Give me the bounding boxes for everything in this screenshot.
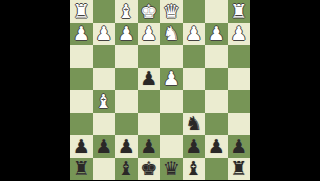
square-g2[interactable]: ♟ bbox=[93, 23, 116, 46]
square-b8[interactable] bbox=[205, 158, 228, 181]
square-g8[interactable] bbox=[93, 158, 116, 181]
white-pawn-c2[interactable]: ♟ bbox=[185, 24, 202, 43]
square-a2[interactable]: ♟ bbox=[228, 23, 251, 46]
black-pawn-b7[interactable]: ♟ bbox=[208, 136, 225, 155]
black-pawn-g7[interactable]: ♟ bbox=[95, 136, 112, 155]
square-d3[interactable] bbox=[160, 45, 183, 68]
square-d6[interactable] bbox=[160, 113, 183, 136]
square-e5[interactable] bbox=[138, 90, 161, 113]
square-f2[interactable]: ♟ bbox=[115, 23, 138, 46]
square-f5[interactable] bbox=[115, 90, 138, 113]
square-f3[interactable] bbox=[115, 45, 138, 68]
square-a8[interactable]: ♜ bbox=[228, 158, 251, 181]
black-rook-h8[interactable]: ♜ bbox=[73, 159, 90, 178]
white-bishop-f1[interactable]: ♝ bbox=[118, 1, 135, 20]
square-c1[interactable] bbox=[183, 0, 206, 23]
square-e3[interactable] bbox=[138, 45, 161, 68]
black-king-e8[interactable]: ♚ bbox=[140, 159, 157, 178]
white-pawn-d4[interactable]: ♟ bbox=[163, 69, 180, 88]
square-g6[interactable] bbox=[93, 113, 116, 136]
white-knight-d2[interactable]: ♞ bbox=[163, 24, 180, 43]
black-pawn-e4[interactable]: ♟ bbox=[140, 69, 157, 88]
square-g7[interactable]: ♟ bbox=[93, 135, 116, 158]
square-f6[interactable] bbox=[115, 113, 138, 136]
square-c6[interactable]: ♞ bbox=[183, 113, 206, 136]
square-e6[interactable] bbox=[138, 113, 161, 136]
square-g4[interactable] bbox=[93, 68, 116, 91]
square-e2[interactable]: ♟ bbox=[138, 23, 161, 46]
square-b2[interactable]: ♟ bbox=[205, 23, 228, 46]
square-a1[interactable]: ♜ bbox=[228, 0, 251, 23]
square-h7[interactable]: ♟ bbox=[70, 135, 93, 158]
square-g1[interactable] bbox=[93, 0, 116, 23]
square-e7[interactable]: ♟ bbox=[138, 135, 161, 158]
square-c5[interactable] bbox=[183, 90, 206, 113]
letterbox-right bbox=[250, 0, 320, 180]
white-pawn-b2[interactable]: ♟ bbox=[208, 24, 225, 43]
square-h8[interactable]: ♜ bbox=[70, 158, 93, 181]
chess-board: ♜♝♚♛♜♟♟♟♟♞♟♟♟♟♟♝♞♟♟♟♟♟♟♟♜♝♚♛♝♜ bbox=[70, 0, 250, 180]
square-a4[interactable] bbox=[228, 68, 251, 91]
square-h6[interactable] bbox=[70, 113, 93, 136]
black-knight-c6[interactable]: ♞ bbox=[185, 114, 202, 133]
square-d8[interactable]: ♛ bbox=[160, 158, 183, 181]
letterbox-left bbox=[0, 0, 70, 180]
square-a7[interactable]: ♟ bbox=[228, 135, 251, 158]
black-bishop-c8[interactable]: ♝ bbox=[185, 159, 202, 178]
square-h2[interactable]: ♟ bbox=[70, 23, 93, 46]
square-h5[interactable] bbox=[70, 90, 93, 113]
white-pawn-a2[interactable]: ♟ bbox=[230, 24, 247, 43]
black-bishop-f8[interactable]: ♝ bbox=[118, 159, 135, 178]
square-a5[interactable] bbox=[228, 90, 251, 113]
square-b4[interactable] bbox=[205, 68, 228, 91]
square-a6[interactable] bbox=[228, 113, 251, 136]
white-pawn-e2[interactable]: ♟ bbox=[140, 24, 157, 43]
square-f8[interactable]: ♝ bbox=[115, 158, 138, 181]
white-pawn-h2[interactable]: ♟ bbox=[73, 24, 90, 43]
white-rook-h1[interactable]: ♜ bbox=[73, 1, 90, 20]
square-e4[interactable]: ♟ bbox=[138, 68, 161, 91]
square-d5[interactable] bbox=[160, 90, 183, 113]
square-c4[interactable] bbox=[183, 68, 206, 91]
white-rook-a1[interactable]: ♜ bbox=[230, 1, 247, 20]
square-c8[interactable]: ♝ bbox=[183, 158, 206, 181]
square-d4[interactable]: ♟ bbox=[160, 68, 183, 91]
square-d7[interactable] bbox=[160, 135, 183, 158]
square-e8[interactable]: ♚ bbox=[138, 158, 161, 181]
black-queen-d8[interactable]: ♛ bbox=[163, 159, 180, 178]
white-king-e1[interactable]: ♚ bbox=[140, 1, 157, 20]
square-h1[interactable]: ♜ bbox=[70, 0, 93, 23]
square-b6[interactable] bbox=[205, 113, 228, 136]
square-b1[interactable] bbox=[205, 0, 228, 23]
white-queen-d1[interactable]: ♛ bbox=[163, 1, 180, 20]
black-pawn-a7[interactable]: ♟ bbox=[230, 136, 247, 155]
white-pawn-f2[interactable]: ♟ bbox=[118, 24, 135, 43]
square-h3[interactable] bbox=[70, 45, 93, 68]
square-f7[interactable]: ♟ bbox=[115, 135, 138, 158]
black-rook-a8[interactable]: ♜ bbox=[230, 159, 247, 178]
square-a3[interactable] bbox=[228, 45, 251, 68]
square-f4[interactable] bbox=[115, 68, 138, 91]
square-d2[interactable]: ♞ bbox=[160, 23, 183, 46]
square-b3[interactable] bbox=[205, 45, 228, 68]
square-b7[interactable]: ♟ bbox=[205, 135, 228, 158]
white-bishop-g5[interactable]: ♝ bbox=[95, 91, 112, 110]
black-pawn-e7[interactable]: ♟ bbox=[140, 136, 157, 155]
black-pawn-c7[interactable]: ♟ bbox=[185, 136, 202, 155]
square-f1[interactable]: ♝ bbox=[115, 0, 138, 23]
square-d1[interactable]: ♛ bbox=[160, 0, 183, 23]
black-pawn-f7[interactable]: ♟ bbox=[118, 136, 135, 155]
square-c2[interactable]: ♟ bbox=[183, 23, 206, 46]
square-b5[interactable] bbox=[205, 90, 228, 113]
square-g5[interactable]: ♝ bbox=[93, 90, 116, 113]
square-c7[interactable]: ♟ bbox=[183, 135, 206, 158]
square-e1[interactable]: ♚ bbox=[138, 0, 161, 23]
white-pawn-g2[interactable]: ♟ bbox=[95, 24, 112, 43]
square-c3[interactable] bbox=[183, 45, 206, 68]
square-h4[interactable] bbox=[70, 68, 93, 91]
black-pawn-h7[interactable]: ♟ bbox=[73, 136, 90, 155]
square-g3[interactable] bbox=[93, 45, 116, 68]
